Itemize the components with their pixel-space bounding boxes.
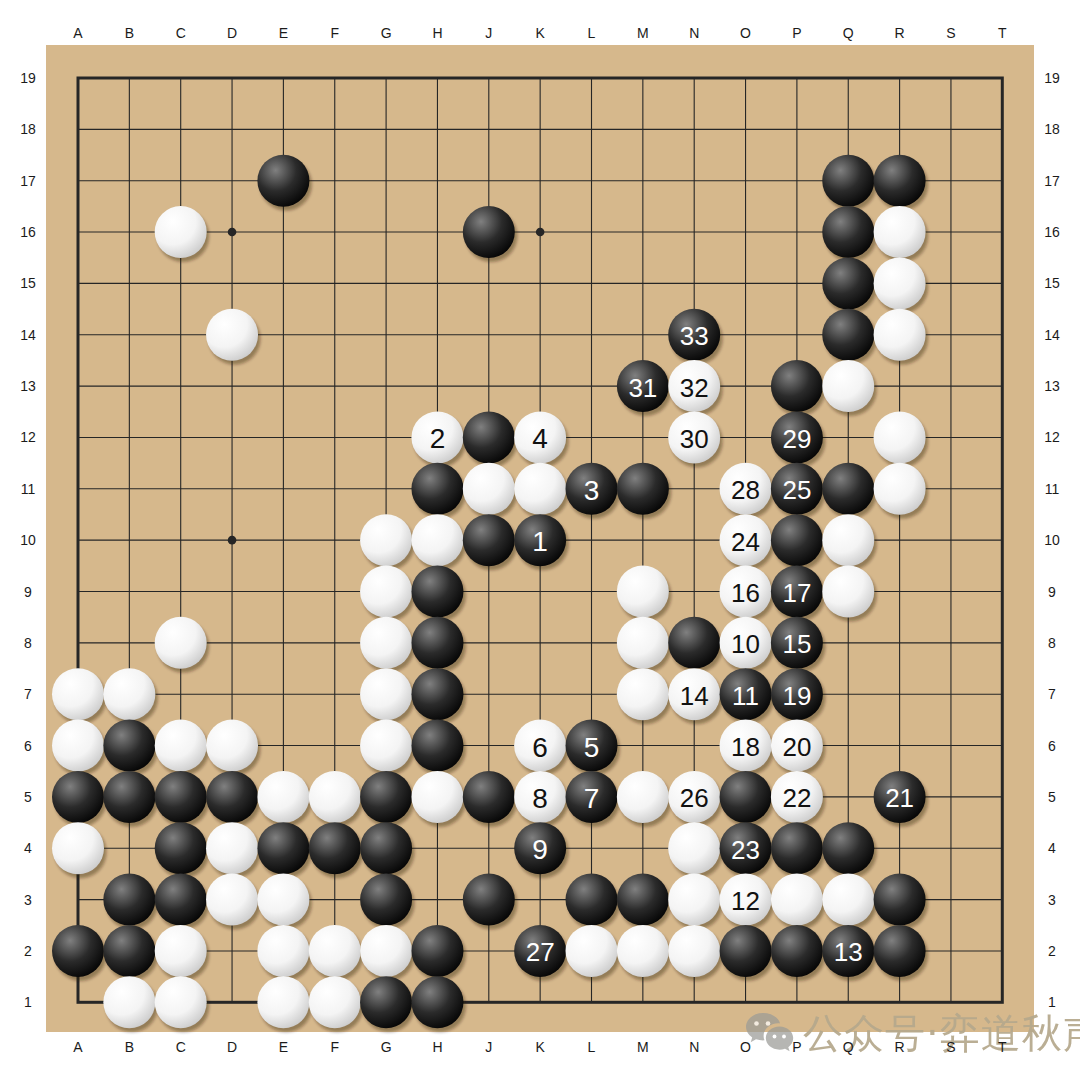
white-stone-R12 (874, 411, 926, 463)
move-number-22: 22 (782, 783, 811, 813)
move-number-29: 29 (782, 424, 811, 454)
star-point-D10 (228, 536, 237, 545)
move-number-17: 17 (782, 578, 811, 608)
black-stone-M11 (617, 463, 669, 515)
move-number-18: 18 (731, 732, 760, 762)
watermark: 公众号·弈道秋声 (744, 1010, 1080, 1056)
white-stone-D3 (206, 874, 258, 926)
black-stone-G3 (360, 874, 412, 926)
move-number-32: 32 (680, 373, 709, 403)
white-stone-Q9 (822, 566, 874, 618)
black-stone-O5 (720, 771, 772, 823)
white-stone-E1 (257, 976, 309, 1028)
white-stone-C8 (155, 617, 207, 669)
white-stone-Q10 (822, 514, 874, 566)
black-stone-H6 (411, 720, 463, 772)
black-stone-J12 (463, 411, 515, 463)
black-stone-R3 (874, 874, 926, 926)
black-stone-H9 (411, 566, 463, 618)
black-stone-E17 (257, 155, 309, 207)
white-stone-C16 (155, 206, 207, 258)
black-stone-D5 (206, 771, 258, 823)
move-number-5: 5 (584, 732, 600, 763)
move-number-3: 3 (584, 475, 600, 506)
move-number-33: 33 (680, 321, 709, 351)
move-number-1: 1 (532, 526, 548, 557)
white-stone-C2 (155, 925, 207, 977)
go-board: 1234567891011121314151617181920212223242… (0, 0, 1080, 1080)
white-stone-N2 (668, 925, 720, 977)
move-number-14: 14 (680, 681, 709, 711)
black-stone-P10 (771, 514, 823, 566)
black-stone-G4 (360, 822, 412, 874)
move-number-11: 11 (732, 681, 759, 711)
white-stone-R14 (874, 309, 926, 361)
move-number-30: 30 (680, 424, 709, 454)
white-stone-D4 (206, 822, 258, 874)
black-stone-J3 (463, 874, 515, 926)
watermark-text: 公众号·弈道秋声 (803, 1010, 1080, 1056)
black-stone-O2 (720, 925, 772, 977)
white-stone-H10 (411, 514, 463, 566)
black-stone-R17 (874, 155, 926, 207)
black-stone-Q15 (822, 257, 874, 309)
white-stone-A4 (52, 822, 104, 874)
move-number-16: 16 (731, 578, 760, 608)
move-number-10: 10 (731, 629, 760, 659)
black-stone-H1 (411, 976, 463, 1028)
black-stone-B3 (103, 874, 155, 926)
black-stone-E4 (257, 822, 309, 874)
move-number-13: 13 (834, 937, 863, 967)
black-stone-R2 (874, 925, 926, 977)
white-stone-D14 (206, 309, 258, 361)
black-stone-Q16 (822, 206, 874, 258)
black-stone-H2 (411, 925, 463, 977)
move-number-25: 25 (782, 475, 811, 505)
move-number-19: 19 (782, 681, 811, 711)
black-stone-Q4 (822, 822, 874, 874)
move-number-2: 2 (430, 423, 446, 454)
black-stone-Q17 (822, 155, 874, 207)
white-stone-N3 (668, 874, 720, 926)
black-stone-G1 (360, 976, 412, 1028)
white-stone-G2 (360, 925, 412, 977)
go-diagram-page: 1234567891011121314151617181920212223242… (0, 0, 1080, 1080)
black-stone-C3 (155, 874, 207, 926)
white-stone-G9 (360, 566, 412, 618)
white-stone-F2 (309, 925, 361, 977)
white-stone-E5 (257, 771, 309, 823)
black-stone-M3 (617, 874, 669, 926)
white-stone-G6 (360, 720, 412, 772)
move-number-6: 6 (532, 732, 548, 763)
move-number-28: 28 (731, 475, 760, 505)
black-stone-N8 (668, 617, 720, 669)
white-stone-B1 (103, 976, 155, 1028)
white-stone-G10 (360, 514, 412, 566)
black-stone-P4 (771, 822, 823, 874)
move-number-15: 15 (782, 629, 811, 659)
move-number-31: 31 (628, 373, 657, 403)
black-stone-J16 (463, 206, 515, 258)
white-stone-E2 (257, 925, 309, 977)
move-number-7: 7 (584, 783, 600, 814)
move-number-9: 9 (532, 834, 548, 865)
white-stone-M8 (617, 617, 669, 669)
black-stone-H11 (411, 463, 463, 515)
black-stone-C4 (155, 822, 207, 874)
move-number-21: 21 (885, 783, 914, 813)
white-stone-A7 (52, 668, 104, 720)
white-stone-Q3 (822, 874, 874, 926)
white-stone-M5 (617, 771, 669, 823)
black-stone-G5 (360, 771, 412, 823)
black-stone-Q14 (822, 309, 874, 361)
white-stone-A6 (52, 720, 104, 772)
black-stone-P13 (771, 360, 823, 412)
white-stone-K11 (514, 463, 566, 515)
black-stone-J5 (463, 771, 515, 823)
move-number-12: 12 (731, 886, 760, 916)
black-stone-C5 (155, 771, 207, 823)
black-stone-P2 (771, 925, 823, 977)
white-stone-B7 (103, 668, 155, 720)
move-number-26: 26 (680, 783, 709, 813)
black-stone-H7 (411, 668, 463, 720)
white-stone-M2 (617, 925, 669, 977)
white-stone-C1 (155, 976, 207, 1028)
move-number-4: 4 (532, 423, 548, 454)
black-stone-H8 (411, 617, 463, 669)
move-number-24: 24 (731, 527, 760, 557)
white-stone-M7 (617, 668, 669, 720)
black-stone-A2 (52, 925, 104, 977)
black-stone-B6 (103, 720, 155, 772)
move-number-27: 27 (526, 937, 555, 967)
white-stone-C6 (155, 720, 207, 772)
star-point-K16 (536, 228, 545, 237)
white-stone-Q13 (822, 360, 874, 412)
black-stone-J10 (463, 514, 515, 566)
black-stone-B5 (103, 771, 155, 823)
star-point-D16 (228, 228, 237, 237)
white-stone-E3 (257, 874, 309, 926)
black-stone-B2 (103, 925, 155, 977)
white-stone-R15 (874, 257, 926, 309)
white-stone-L2 (566, 925, 618, 977)
white-stone-G8 (360, 617, 412, 669)
white-stone-M9 (617, 566, 669, 618)
white-stone-R16 (874, 206, 926, 258)
white-stone-G7 (360, 668, 412, 720)
white-stone-J11 (463, 463, 515, 515)
white-stone-D6 (206, 720, 258, 772)
white-stone-P3 (771, 874, 823, 926)
white-stone-R11 (874, 463, 926, 515)
white-stone-F1 (309, 976, 361, 1028)
move-number-8: 8 (532, 783, 548, 814)
black-stone-A5 (52, 771, 104, 823)
black-stone-Q11 (822, 463, 874, 515)
black-stone-L3 (566, 874, 618, 926)
white-stone-F5 (309, 771, 361, 823)
white-stone-H5 (411, 771, 463, 823)
wechat-icon (744, 1010, 796, 1056)
move-number-20: 20 (782, 732, 811, 762)
black-stone-F4 (309, 822, 361, 874)
white-stone-N4 (668, 822, 720, 874)
move-number-23: 23 (731, 835, 760, 865)
